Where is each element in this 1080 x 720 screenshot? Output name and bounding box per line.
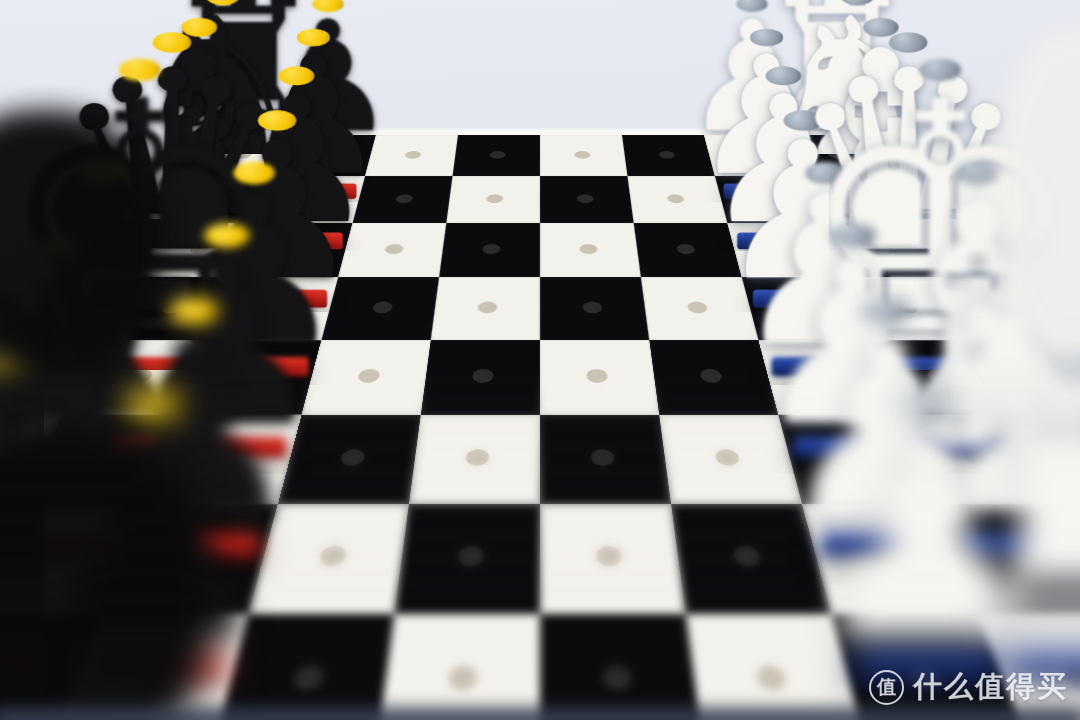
lego-stud-icon [204,223,250,247]
square-b4 [540,176,634,223]
square-g5 [394,504,540,613]
lego-stud-icon [297,28,330,46]
lego-stud-icon [169,297,220,324]
square-c4 [540,223,641,277]
square-g4 [540,504,686,613]
square-f4 [540,415,671,504]
lego-stud-icon [125,389,182,419]
square-c5 [439,223,540,277]
square-a4 [540,135,627,176]
square-d5 [431,277,540,340]
square-e4 [540,340,659,415]
square-f5 [409,415,540,504]
watermark-text: 什么值得买 [913,667,1068,707]
watermark-badge-icon: 值 [869,670,904,705]
watermark: 值 什么值得买 [869,667,1068,707]
square-b5 [446,176,540,223]
square-d4 [540,277,649,340]
lego-chess-photo: ♜♟♟♜♞♟♟♞♝♟♟♝♛♟♟♛♚♟♟♚♝♟♟♝♞♟♟♞♜♟♟♜ 值 什么值得买 [0,0,1080,720]
square-a5 [453,135,540,176]
lego-stud-icon [233,162,275,184]
square-e5 [421,340,540,415]
piece-glyph: ♜ [931,358,1080,667]
